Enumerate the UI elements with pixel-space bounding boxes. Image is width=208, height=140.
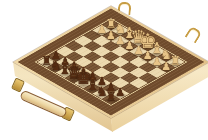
chess-set-photo: ♜♞♝♛♚♝♞♜♟♟♟♟♟♟♟♟♟♟♟♟♟♟♟♟♜♞♝♛♚♝♞♜: [0, 0, 208, 140]
piece-white-pawn-h2[interactable]: ♟: [154, 61, 178, 72]
piece-black-rook-h8[interactable]: ♜: [99, 91, 123, 103]
brass-clasp-icon: [185, 26, 203, 44]
